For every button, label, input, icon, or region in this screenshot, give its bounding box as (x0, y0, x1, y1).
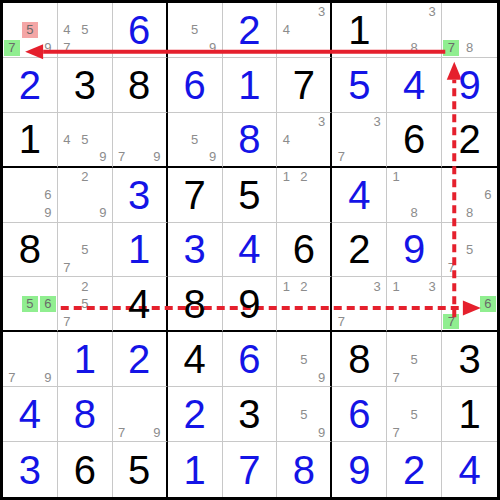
candidate-slot-empty (460, 3, 478, 21)
cell-r3c7[interactable]: 37 (332, 113, 387, 168)
cell-r6c3[interactable]: 4 (113, 277, 168, 332)
cell-r8c8[interactable]: 57 (387, 387, 442, 442)
candidates: 37 (332, 113, 386, 166)
candidates: 78 (442, 3, 497, 57)
sudoku-board: 5794576592341387823861754914597959834376… (0, 0, 500, 500)
cell-r3c4[interactable]: 59 (168, 113, 223, 168)
cell-r6c7[interactable]: 37 (332, 277, 387, 332)
candidates: 34 (277, 113, 330, 166)
candidate-slot-empty (387, 3, 405, 21)
candidate-slot-empty (405, 423, 423, 441)
candidate-slot-empty (313, 295, 331, 313)
candidate-1: 1 (387, 277, 405, 295)
candidate-slot-empty (21, 350, 39, 368)
candidate-8: 8 (405, 204, 423, 222)
candidate-slot-empty (39, 313, 57, 331)
cell-r7c9[interactable]: 3 (442, 332, 497, 387)
cell-r9c3[interactable]: 5 (113, 442, 168, 497)
candidate-9: 9 (39, 204, 57, 222)
candidate-slot-empty (58, 223, 76, 241)
candidate-slot-empty (94, 168, 112, 186)
cell-r1c5[interactable]: 2 (223, 3, 278, 58)
cell-r4c4[interactable]: 7 (168, 168, 223, 223)
candidate-slot-empty (387, 405, 405, 423)
cell-r8c2[interactable]: 8 (58, 387, 113, 442)
cell-r8c5[interactable]: 3 (223, 387, 278, 442)
cell-r7c4[interactable]: 4 (168, 332, 223, 387)
candidate-slot-empty (295, 387, 313, 405)
cell-r6c4[interactable]: 8 (168, 277, 223, 332)
candidate-slot-empty (479, 204, 497, 222)
cell-r9c8[interactable]: 2 (387, 442, 442, 497)
candidate-9: 9 (39, 368, 57, 386)
candidate-slot-empty (387, 204, 405, 222)
candidate-3: 3 (423, 3, 441, 21)
candidate-2: 2 (295, 168, 313, 186)
candidate-5: 5 (76, 21, 94, 39)
candidate-slot-empty (479, 168, 497, 186)
candidate-slot-empty (387, 186, 405, 204)
candidate-slot-empty (204, 3, 222, 21)
candidate-slot-empty (313, 148, 331, 166)
candidate-5: 5 (76, 295, 94, 313)
candidate-slot-empty (295, 39, 313, 57)
cell-r4c2[interactable]: 29 (58, 168, 113, 223)
candidate-slot-empty (405, 168, 423, 186)
candidate-slot-empty (387, 313, 405, 331)
cell-value: 3 (128, 175, 150, 215)
candidate-slot-empty (58, 148, 76, 166)
candidate-3: 3 (313, 113, 331, 131)
candidate-slot-empty (76, 3, 94, 21)
candidate-slot-empty (204, 130, 222, 148)
candidate-slot-empty (58, 186, 76, 204)
candidate-slot-empty (442, 21, 460, 39)
candidate-slot-empty (295, 295, 313, 313)
candidate-slot-empty (94, 186, 112, 204)
cell-r6c9[interactable]: 67 (442, 277, 497, 332)
candidate-slot-empty (405, 332, 423, 350)
candidate-slot-empty (295, 332, 313, 350)
cell-r4c1[interactable]: 69 (3, 168, 58, 223)
candidate-2: 2 (295, 277, 313, 295)
cell-r7c3[interactable]: 2 (113, 332, 168, 387)
cell-value: 1 (19, 119, 41, 159)
candidate-5: 5 (76, 130, 94, 148)
candidate-slot-empty (277, 204, 295, 222)
cell-r1c1[interactable]: 579 (3, 3, 58, 58)
cell-r8c6[interactable]: 59 (277, 387, 332, 442)
cell-value: 6 (183, 65, 205, 105)
candidate-slot-empty (460, 168, 478, 186)
candidate-slot-empty (295, 186, 313, 204)
candidate-slot-empty (277, 113, 295, 131)
cell-r5c5[interactable]: 4 (223, 223, 278, 278)
candidate-slot-empty (58, 113, 76, 131)
candidate-5: 5 (22, 22, 38, 38)
cell-value: 1 (74, 339, 96, 379)
cell-r1c7[interactable]: 1 (332, 3, 387, 58)
cell-r9c9[interactable]: 4 (442, 442, 497, 497)
candidate-slot-empty (130, 148, 148, 166)
cell-r4c8[interactable]: 18 (387, 168, 442, 223)
cell-r5c9[interactable]: 57 (442, 223, 497, 278)
candidate-slot-empty (21, 313, 39, 331)
cell-value: 2 (403, 450, 425, 490)
candidate-slot-empty (442, 277, 460, 295)
cell-r5c2[interactable]: 57 (58, 223, 113, 278)
candidate-5: 5 (405, 405, 423, 423)
candidate-slot-empty (442, 3, 460, 21)
cell-r8c1[interactable]: 4 (3, 387, 58, 442)
cell-r5c7[interactable]: 2 (332, 223, 387, 278)
candidate-slot-empty (58, 295, 76, 313)
cell-value: 9 (403, 229, 425, 269)
candidate-slot-empty (295, 368, 313, 386)
cell-value: 1 (238, 65, 260, 105)
candidate-slot-empty (295, 113, 313, 131)
candidates: 79 (113, 113, 166, 166)
candidate-slot-empty (387, 21, 405, 39)
cell-r2c5[interactable]: 1 (223, 58, 278, 113)
cell-value: 6 (238, 339, 260, 379)
candidate-7: 7 (443, 314, 459, 330)
candidates: 59 (277, 387, 330, 441)
cell-r4c5[interactable]: 5 (223, 168, 278, 223)
cell-value: 9 (348, 450, 370, 490)
candidates: 56 (3, 277, 57, 330)
candidate-slot-empty (350, 313, 368, 331)
cell-r7c1[interactable]: 79 (3, 332, 58, 387)
cell-r1c6[interactable]: 34 (277, 3, 332, 58)
candidate-9: 9 (148, 148, 166, 166)
candidate-slot-empty (479, 21, 497, 39)
cell-value: 4 (458, 450, 480, 490)
cell-r2c6[interactable]: 7 (277, 58, 332, 113)
cell-value: 5 (238, 175, 260, 215)
cell-r1c4[interactable]: 59 (168, 3, 223, 58)
candidates: 18 (387, 168, 441, 222)
candidates: 459 (58, 113, 112, 166)
candidate-slot-empty (423, 168, 441, 186)
candidate-slot-empty (387, 39, 405, 57)
candidate-4: 4 (277, 21, 295, 39)
candidate-slot-empty (76, 113, 94, 131)
candidate-slot-empty (313, 387, 331, 405)
cell-r5c6[interactable]: 6 (277, 223, 332, 278)
candidate-7: 7 (58, 313, 76, 331)
candidate-slot-empty (21, 39, 39, 57)
candidate-slot-empty (442, 295, 460, 313)
candidate-slot-empty (405, 387, 423, 405)
candidate-slot-empty (460, 277, 478, 295)
candidate-5: 5 (405, 350, 423, 368)
candidates: 34 (277, 3, 330, 57)
candidate-slot-empty (113, 113, 131, 131)
candidate-slot-empty (130, 387, 148, 405)
cell-r2c3[interactable]: 8 (113, 58, 168, 113)
candidate-slot-empty (423, 21, 441, 39)
cell-r9c6[interactable]: 8 (277, 442, 332, 497)
candidate-slot-empty (313, 39, 331, 57)
cell-value: 7 (238, 450, 260, 490)
candidate-slot-empty (3, 21, 21, 39)
candidate-5: 5 (295, 350, 313, 368)
candidates: 29 (58, 168, 112, 222)
candidate-slot-empty (168, 130, 186, 148)
cell-r3c8[interactable]: 6 (387, 113, 442, 168)
cell-value: 6 (293, 229, 315, 269)
candidate-5: 5 (460, 241, 478, 259)
candidate-slot-empty (460, 258, 478, 276)
cell-r5c4[interactable]: 3 (168, 223, 223, 278)
cell-r9c5[interactable]: 7 (223, 442, 278, 497)
candidate-slot-empty (460, 21, 478, 39)
cell-r7c6[interactable]: 59 (277, 332, 332, 387)
candidate-slot-empty (332, 113, 350, 131)
candidate-slot-empty (3, 186, 21, 204)
candidate-slot-empty (479, 277, 497, 295)
candidate-slot-empty (76, 39, 94, 57)
cell-value: 5 (348, 65, 370, 105)
candidate-6: 6 (479, 186, 497, 204)
cell-value: 2 (238, 10, 260, 50)
cell-r8c7[interactable]: 6 (332, 387, 387, 442)
candidate-9: 9 (39, 39, 57, 57)
candidate-slot-empty (148, 130, 166, 148)
candidate-7: 7 (4, 40, 20, 56)
candidate-slot-empty (94, 3, 112, 21)
cell-r4c6[interactable]: 12 (277, 168, 332, 223)
candidate-slot-empty (313, 130, 331, 148)
candidate-8: 8 (405, 39, 423, 57)
cell-r5c3[interactable]: 1 (113, 223, 168, 278)
candidate-slot-empty (368, 148, 386, 166)
candidate-slot-empty (204, 113, 222, 131)
candidate-slot-empty (58, 204, 76, 222)
candidate-slot-empty (479, 313, 497, 331)
candidate-slot-empty (295, 313, 313, 331)
cell-r2c1[interactable]: 2 (3, 58, 58, 113)
cell-r9c2[interactable]: 6 (58, 442, 113, 497)
candidate-slot-empty (479, 39, 497, 57)
candidate-slot-empty (423, 368, 441, 386)
candidates: 79 (113, 387, 166, 441)
candidate-5: 5 (22, 296, 38, 312)
cell-r6c8[interactable]: 13 (387, 277, 442, 332)
candidate-6: 6 (480, 296, 496, 312)
cell-value: 1 (348, 10, 370, 50)
candidate-slot-empty (130, 113, 148, 131)
cell-r8c9[interactable]: 1 (442, 387, 497, 442)
cell-r3c9[interactable]: 2 (442, 113, 497, 168)
cell-r6c5[interactable]: 9 (223, 277, 278, 332)
candidate-slot-empty (277, 405, 295, 423)
candidate-slot-empty (423, 295, 441, 313)
cell-r3c5[interactable]: 8 (223, 113, 278, 168)
candidate-9: 9 (94, 204, 112, 222)
cell-r2c9[interactable]: 9 (442, 58, 497, 113)
candidate-slot-empty (313, 21, 331, 39)
candidate-3: 3 (368, 113, 386, 131)
candidate-slot-empty (168, 21, 186, 39)
cell-r8c3[interactable]: 79 (113, 387, 168, 442)
cell-value: 9 (458, 65, 480, 105)
candidates: 57 (387, 332, 441, 386)
candidate-slot-empty (479, 241, 497, 259)
candidate-slot-empty (350, 148, 368, 166)
candidate-slot-empty (277, 186, 295, 204)
candidate-slot-empty (94, 223, 112, 241)
candidate-slot-empty (94, 313, 112, 331)
candidate-4: 4 (58, 130, 76, 148)
candidate-slot-empty (277, 368, 295, 386)
candidate-slot-empty (3, 350, 21, 368)
cell-r7c2[interactable]: 1 (58, 332, 113, 387)
cell-value: 2 (348, 229, 370, 269)
candidate-slot-empty (76, 258, 94, 276)
candidate-slot-empty (368, 313, 386, 331)
candidate-slot-empty (58, 3, 76, 21)
candidate-slot-empty (368, 295, 386, 313)
cell-value: 3 (183, 229, 205, 269)
candidate-slot-empty (39, 277, 57, 295)
cell-r3c2[interactable]: 459 (58, 113, 113, 168)
candidate-slot-empty (186, 113, 204, 131)
candidate-slot-empty (130, 423, 148, 441)
candidate-7: 7 (443, 40, 459, 56)
candidate-3: 3 (313, 3, 331, 21)
candidate-slot-empty (405, 21, 423, 39)
candidate-slot-empty (442, 223, 460, 241)
candidate-9: 9 (313, 423, 331, 441)
cell-value: 4 (128, 284, 150, 324)
candidates: 38 (387, 3, 441, 57)
candidate-slot-empty (313, 204, 331, 222)
cell-r7c8[interactable]: 57 (387, 332, 442, 387)
candidate-slot-empty (39, 350, 57, 368)
candidates: 13 (387, 277, 441, 330)
candidate-2: 2 (76, 168, 94, 186)
candidate-slot-empty (148, 387, 166, 405)
candidate-slot-empty (76, 313, 94, 331)
cell-r1c2[interactable]: 457 (58, 3, 113, 58)
cell-r4c3[interactable]: 3 (113, 168, 168, 223)
cell-r2c2[interactable]: 3 (58, 58, 113, 113)
cell-r2c4[interactable]: 6 (168, 58, 223, 113)
candidate-slot-empty (313, 313, 331, 331)
candidates: 67 (442, 277, 497, 330)
candidate-slot-empty (113, 387, 131, 405)
candidate-slot-empty (350, 295, 368, 313)
candidate-slot-empty (423, 423, 441, 441)
candidate-6: 6 (39, 186, 57, 204)
cell-r3c1[interactable]: 1 (3, 113, 58, 168)
candidate-3: 3 (368, 277, 386, 295)
candidates: 257 (58, 277, 112, 330)
cell-r1c9[interactable]: 78 (442, 3, 497, 58)
candidate-9: 9 (148, 423, 166, 441)
candidate-slot-empty (423, 204, 441, 222)
cell-value: 1 (458, 394, 480, 434)
candidate-slot-empty (94, 113, 112, 131)
candidate-7: 7 (442, 258, 460, 276)
candidate-slot-empty (313, 405, 331, 423)
cell-value: 8 (128, 65, 150, 105)
cell-r7c5[interactable]: 6 (223, 332, 278, 387)
candidate-slot-empty (332, 130, 350, 148)
candidate-1: 1 (277, 277, 295, 295)
cell-r6c2[interactable]: 257 (58, 277, 113, 332)
cell-r5c1[interactable]: 8 (3, 223, 58, 278)
cell-value: 9 (238, 284, 260, 324)
candidate-slot-empty (21, 168, 39, 186)
cell-value: 3 (19, 450, 41, 490)
cell-r3c3[interactable]: 79 (113, 113, 168, 168)
candidate-7: 7 (332, 313, 350, 331)
candidate-slot-empty (130, 130, 148, 148)
cell-r9c4[interactable]: 1 (168, 442, 223, 497)
candidate-slot-empty (204, 21, 222, 39)
candidate-slot-empty (94, 295, 112, 313)
cell-r4c7[interactable]: 4 (332, 168, 387, 223)
candidate-slot-empty (58, 241, 76, 259)
candidate-slot-empty (76, 148, 94, 166)
candidate-slot-empty (94, 258, 112, 276)
candidate-slot-empty (21, 3, 39, 21)
candidate-slot-empty (76, 204, 94, 222)
candidate-slot-empty (387, 295, 405, 313)
candidate-slot-empty (368, 130, 386, 148)
candidate-slot-empty (39, 3, 57, 21)
candidate-slot-empty (423, 350, 441, 368)
cell-r6c1[interactable]: 56 (3, 277, 58, 332)
candidate-7: 7 (113, 148, 131, 166)
cell-r3c6[interactable]: 34 (277, 113, 332, 168)
candidate-slot-empty (277, 423, 295, 441)
candidate-slot-empty (295, 423, 313, 441)
candidate-slot-empty (21, 186, 39, 204)
cell-r2c7[interactable]: 5 (332, 58, 387, 113)
cell-value: 5 (128, 450, 150, 490)
candidate-3: 3 (423, 277, 441, 295)
cell-value: 3 (238, 394, 260, 434)
candidates: 579 (3, 3, 57, 57)
candidate-9: 9 (204, 39, 222, 57)
cell-r8c4[interactable]: 2 (168, 387, 223, 442)
cell-r9c1[interactable]: 3 (3, 442, 58, 497)
candidate-slot-empty (3, 332, 21, 350)
candidate-5: 5 (76, 241, 94, 259)
cell-r1c8[interactable]: 38 (387, 3, 442, 58)
candidate-slot-empty (21, 277, 39, 295)
cell-r5c8[interactable]: 9 (387, 223, 442, 278)
candidate-slot-empty (277, 313, 295, 331)
candidate-7: 7 (58, 258, 76, 276)
candidate-9: 9 (313, 368, 331, 386)
cell-r9c7[interactable]: 9 (332, 442, 387, 497)
candidate-7: 7 (387, 423, 405, 441)
cell-value: 1 (183, 450, 205, 490)
candidate-slot-empty (3, 168, 21, 186)
cell-r1c3[interactable]: 6 (113, 3, 168, 58)
candidate-slot-empty (3, 295, 21, 313)
cell-r7c7[interactable]: 8 (332, 332, 387, 387)
cell-r2c8[interactable]: 4 (387, 58, 442, 113)
cell-r6c6[interactable]: 12 (277, 277, 332, 332)
cell-r4c9[interactable]: 68 (442, 168, 497, 223)
candidate-slot-empty (460, 295, 478, 313)
